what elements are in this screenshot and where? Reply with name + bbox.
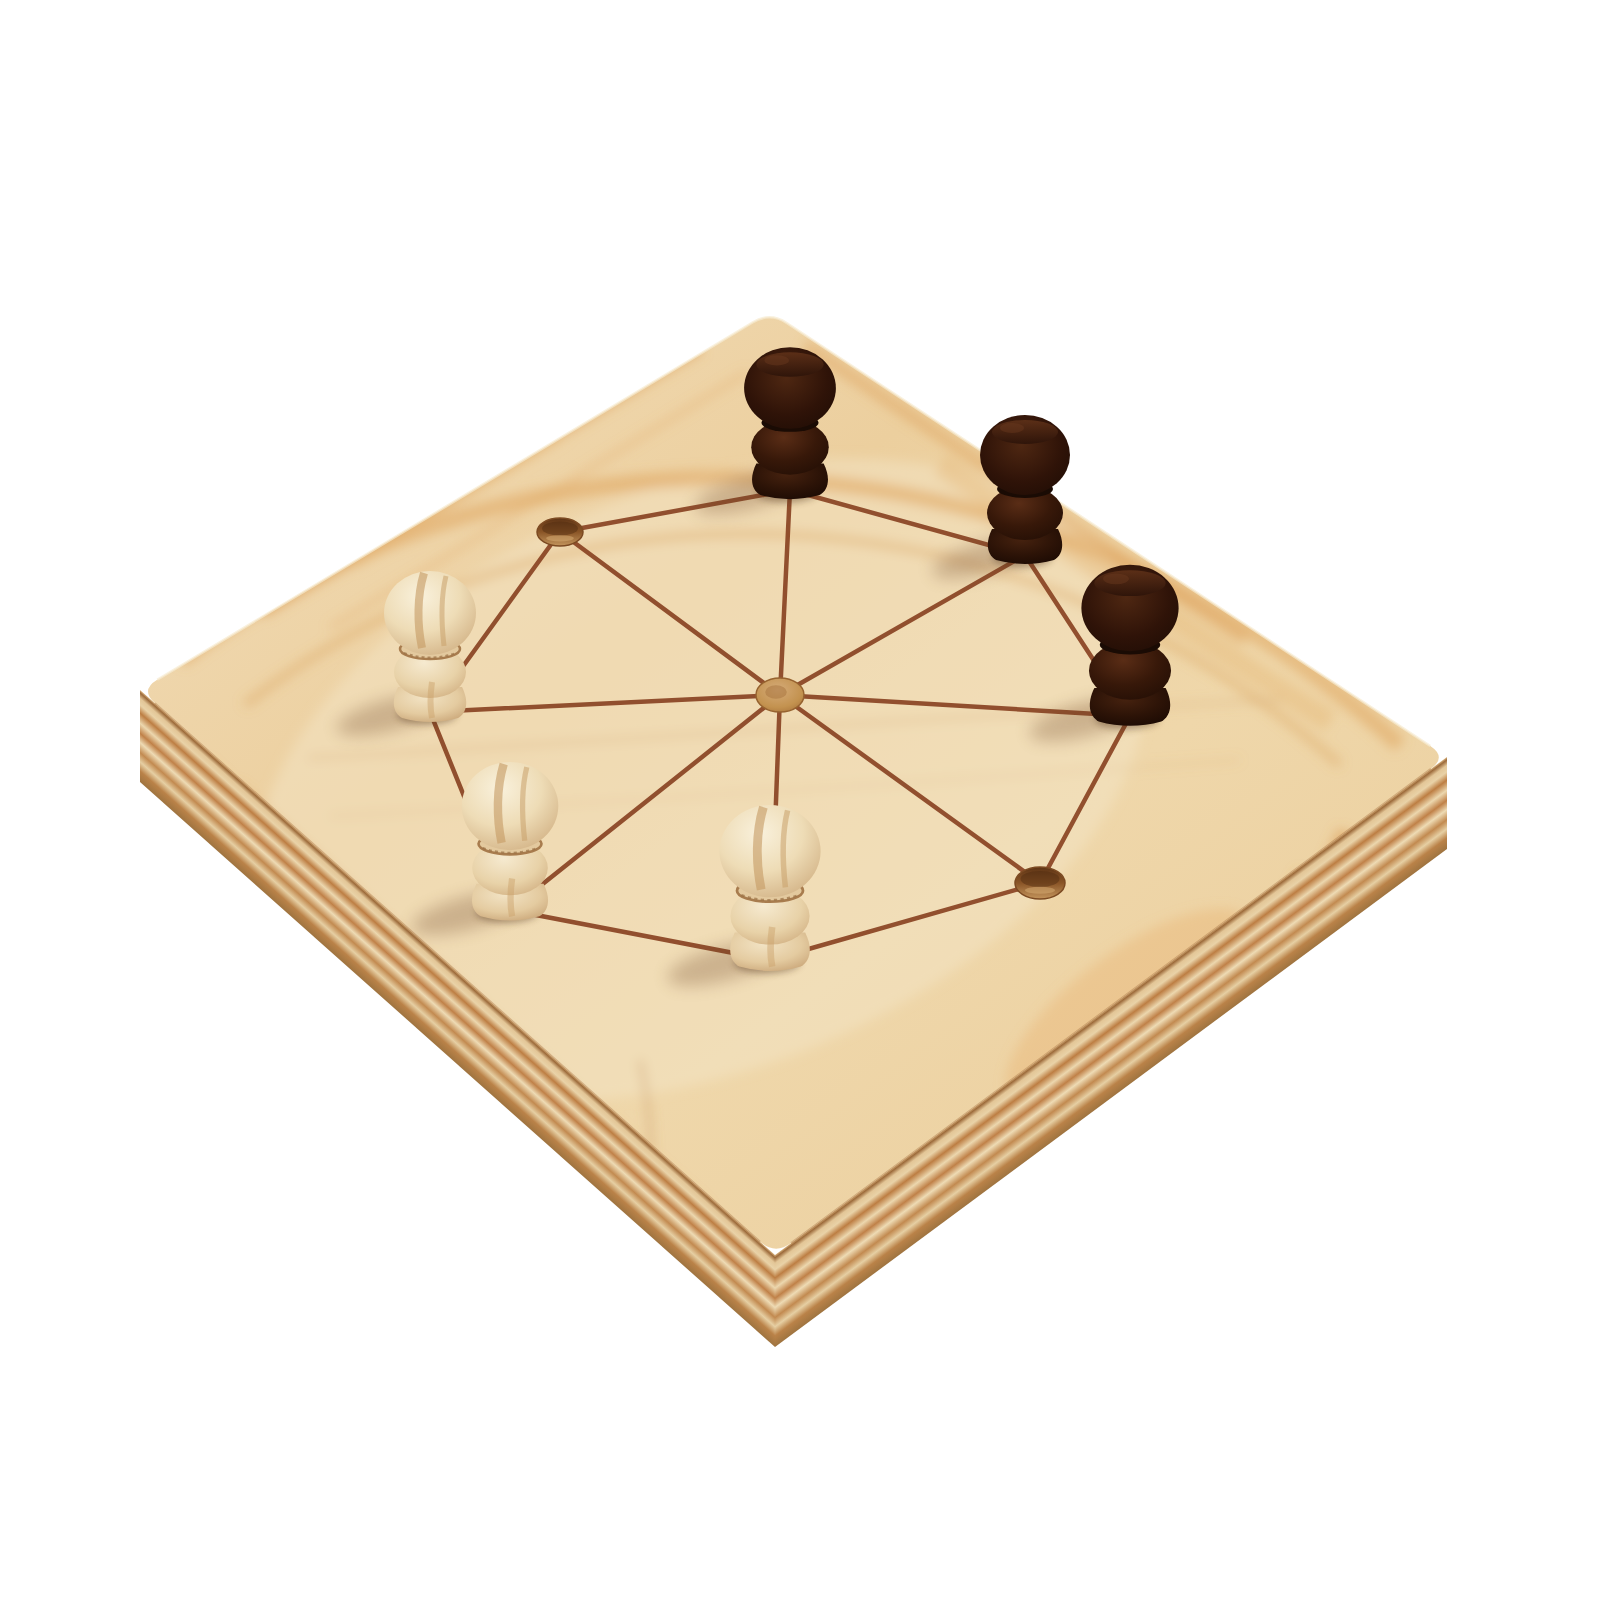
hole-C[interactable] xyxy=(756,678,804,712)
hole-NW[interactable] xyxy=(537,518,583,546)
shisima-board xyxy=(0,0,1600,1600)
product-photo xyxy=(0,0,1600,1600)
hole-SE[interactable] xyxy=(1015,867,1065,899)
